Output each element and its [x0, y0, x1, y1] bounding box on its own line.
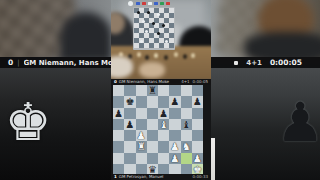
square-e6: ♟ [158, 108, 169, 119]
square-a8 [113, 85, 124, 96]
time-control-icon [234, 61, 238, 65]
square-a6: ♟ [113, 108, 124, 119]
flag-icon [154, 2, 158, 5]
black-rook: ♜ [147, 85, 158, 96]
square-h3 [192, 141, 203, 152]
live-photo [111, 0, 211, 79]
player-name-black: GM Niemann, Hans Mok [24, 59, 118, 67]
white-score: 1 [114, 174, 117, 180]
square-h5 [192, 119, 203, 130]
square-e3 [158, 141, 169, 152]
match-score: 0 [8, 58, 13, 67]
square-d6 [147, 108, 158, 119]
square-a4 [113, 130, 124, 141]
square-h2: ♟ [192, 153, 203, 164]
square-g8 [181, 85, 192, 96]
vertical-video-column: 0 GM Niemann, Hans Moke 4+1 0:00:05 ♜♚♟♟… [111, 0, 211, 180]
black-pawn: ♟ [113, 108, 124, 119]
square-h6 [192, 108, 203, 119]
square-d4 [147, 130, 158, 141]
square-d3 [147, 141, 158, 152]
diagram-bottom-bar: 1 GM Petrosyan, Manuel 0:00:33 [111, 174, 211, 180]
square-a7 [113, 96, 124, 107]
flag-icon [142, 2, 146, 5]
square-d8: ♜ [147, 85, 158, 96]
square-f8 [169, 85, 180, 96]
square-f2: ♟ [169, 153, 180, 164]
white-bishop: ♝ [158, 119, 169, 130]
flag-icon [136, 2, 140, 5]
square-a3 [113, 141, 124, 152]
square-c4: ♟ [136, 130, 147, 141]
square-f7: ♟ [169, 96, 180, 107]
white-pawn: ♟ [169, 153, 180, 164]
player-clock: 0:00:05 [270, 58, 302, 67]
square-h7: ♟ [192, 96, 203, 107]
video-frame: 0 | GM Niemann, Hans Mok 4+1 0:00:05 ♚ ♟ [0, 0, 320, 180]
square-b3 [124, 141, 135, 152]
square-b7: ♚ [124, 96, 135, 107]
square-c3: ♜ [136, 141, 147, 152]
square-e5: ♝ [158, 119, 169, 130]
player-left-silhouette [60, 12, 112, 57]
square-c7 [136, 96, 147, 107]
square-f5 [169, 119, 180, 130]
square-d7 [147, 96, 158, 107]
white-pawn: ♟ [169, 141, 180, 152]
square-g4 [181, 130, 192, 141]
flag-icon [148, 2, 152, 5]
black-bishop: ♝ [181, 119, 192, 130]
square-e8 [158, 85, 169, 96]
square-b6 [124, 108, 135, 119]
square-b4 [124, 130, 135, 141]
square-d2 [147, 153, 158, 164]
square-h8 [192, 85, 203, 96]
event-logo-icon [128, 1, 133, 6]
player-right-body [244, 32, 320, 57]
demo-board-grid [134, 8, 174, 48]
square-g2 [181, 153, 192, 164]
square-g7 [181, 96, 192, 107]
square-c5 [136, 119, 147, 130]
square-f4 [169, 130, 180, 141]
flag-icon [166, 2, 170, 5]
black-pawn: ♟ [158, 108, 169, 119]
white-king-side-icon: ♚ [0, 92, 56, 154]
square-g3: ♞ [181, 141, 192, 152]
black-pawn: ♟ [169, 96, 180, 107]
score-separator: | [17, 59, 19, 67]
square-c8 [136, 85, 147, 96]
black-king: ♚ [124, 96, 135, 107]
square-d5 [147, 119, 158, 130]
white-pawn: ♟ [136, 130, 147, 141]
square-e7 [158, 96, 169, 107]
player-hand [139, 62, 165, 78]
square-b8 [124, 85, 135, 96]
time-control: 4+1 [246, 59, 262, 67]
square-h4 [192, 130, 203, 141]
square-c6 [136, 108, 147, 119]
white-knight: ♞ [181, 141, 192, 152]
square-b5: ♟ [124, 119, 135, 130]
square-f3: ♟ [169, 141, 180, 152]
square-g6 [181, 108, 192, 119]
square-e4 [158, 130, 169, 141]
white-player-name: GM Petrosyan, Manuel [119, 174, 164, 180]
flags-row [136, 2, 170, 5]
board-diagram-widget: 0 GM Niemann, Hans Moke 4+1 0:00:05 ♜♚♟♟… [111, 79, 211, 180]
square-c2 [136, 153, 147, 164]
demo-board-pieces [137, 11, 140, 14]
square-f6 [169, 108, 180, 119]
white-clock: 0:00:33 [193, 174, 208, 180]
black-pawn-side-icon: ♟ [276, 92, 320, 156]
board-grid: ♜♚♟♟♟♟♟♝♝♟♜♟♞♟♟♛♚ [113, 85, 203, 175]
white-rook: ♜ [136, 141, 147, 152]
white-pawn: ♟ [192, 153, 203, 164]
black-pawn: ♟ [192, 96, 203, 107]
square-a2 [113, 153, 124, 164]
square-b2 [124, 153, 135, 164]
black-pawn: ♟ [124, 119, 135, 130]
square-e2 [158, 153, 169, 164]
square-a5 [113, 119, 124, 130]
flag-icon [160, 2, 164, 5]
square-g5: ♝ [181, 119, 192, 130]
